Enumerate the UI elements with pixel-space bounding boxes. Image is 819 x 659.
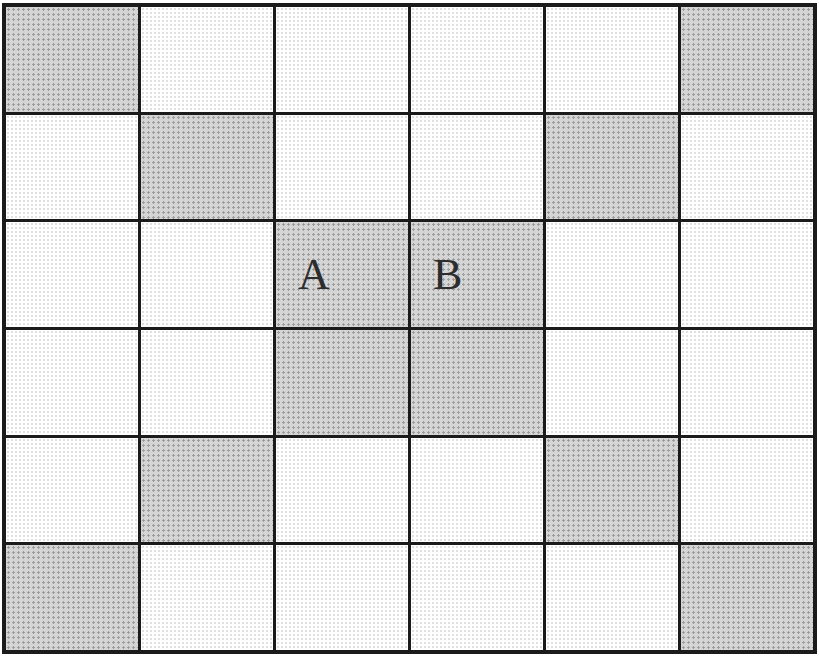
cell-r5c4 — [411, 438, 543, 543]
cell-r4c2 — [141, 330, 273, 435]
cell-r2c4 — [411, 115, 543, 220]
cell-r3c5 — [546, 222, 678, 327]
cell-r2c5 — [546, 115, 678, 220]
grid-figure: AB — [0, 0, 819, 659]
cell-r2c6 — [681, 115, 813, 220]
cell-r1c2 — [141, 7, 273, 112]
cell-r2c2 — [141, 115, 273, 220]
cell-r5c2 — [141, 438, 273, 543]
cell-r6c2 — [141, 545, 273, 650]
cell-r4c6 — [681, 330, 813, 435]
cell-r1c4 — [411, 7, 543, 112]
cell-r5c6 — [681, 438, 813, 543]
cell-r3c1 — [6, 222, 138, 327]
cell-r3c3: A — [276, 222, 408, 327]
cell-r5c5 — [546, 438, 678, 543]
cell-r6c6 — [681, 545, 813, 650]
cell-r4c5 — [546, 330, 678, 435]
cell-r2c1 — [6, 115, 138, 220]
cell-label-a: A — [276, 253, 330, 297]
cell-r5c3 — [276, 438, 408, 543]
cell-r3c6 — [681, 222, 813, 327]
cell-r6c3 — [276, 545, 408, 650]
cell-r3c2 — [141, 222, 273, 327]
cell-r6c5 — [546, 545, 678, 650]
cell-r6c4 — [411, 545, 543, 650]
cell-r1c1 — [6, 7, 138, 112]
cell-r5c1 — [6, 438, 138, 543]
cell-label-b: B — [411, 253, 462, 297]
cell-r1c6 — [681, 7, 813, 112]
cell-r4c1 — [6, 330, 138, 435]
cell-r4c3 — [276, 330, 408, 435]
cell-r2c3 — [276, 115, 408, 220]
cell-r1c3 — [276, 7, 408, 112]
cell-r3c4: B — [411, 222, 543, 327]
board: AB — [2, 3, 817, 654]
cell-r6c1 — [6, 545, 138, 650]
cell-r1c5 — [546, 7, 678, 112]
cell-r4c4 — [411, 330, 543, 435]
